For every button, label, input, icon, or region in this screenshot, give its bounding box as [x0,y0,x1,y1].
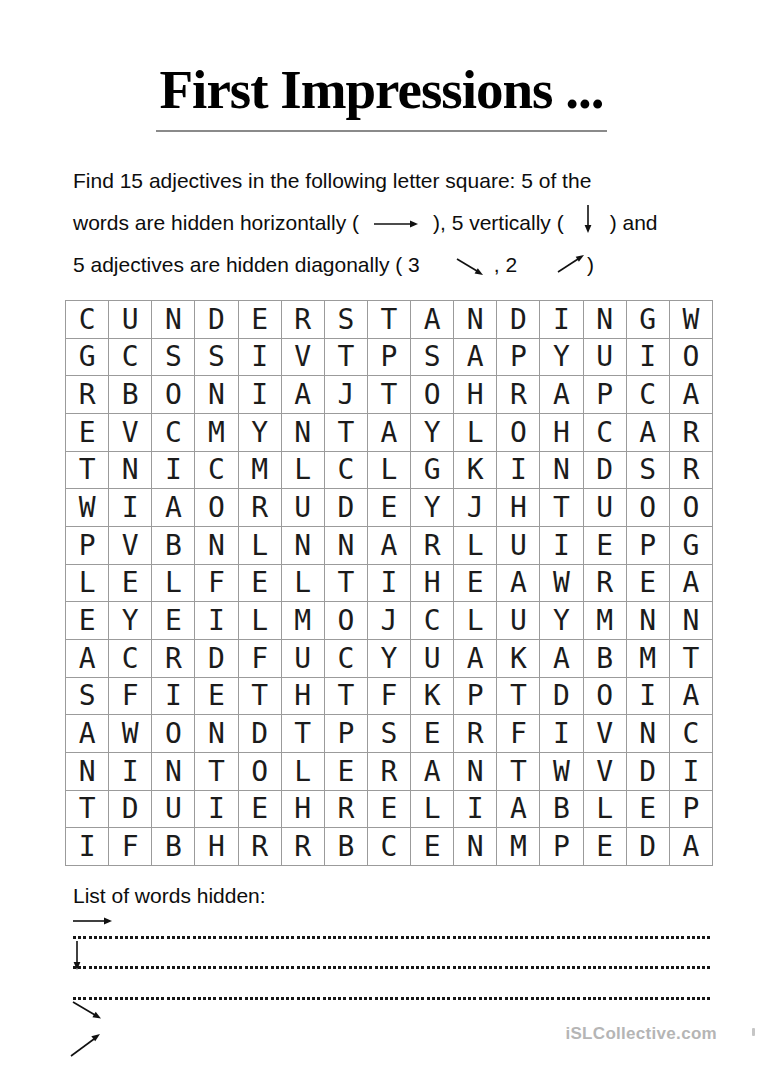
grid-cell: O [411,376,454,414]
grid-cell: L [411,791,454,829]
grid-cell: D [627,828,670,866]
grid-cell: O [584,678,627,716]
grid-cell: R [239,489,282,527]
grid-cell: C [325,640,368,678]
grid-cell: I [239,339,282,377]
grid-cell: F [109,828,152,866]
grid-cell: T [540,489,583,527]
worksheet-page: First Impressions ... Find 15 adjectives… [0,0,763,1079]
answer-line-vertical [73,966,712,969]
grid-cell: T [497,678,540,716]
grid-cell: U [497,527,540,565]
grid-cell: L [282,565,325,603]
grid-cell: G [66,339,109,377]
grid-cell: L [454,414,497,452]
instructions-line-2: words are hidden horizontally (), 5 vert… [73,202,733,244]
grid-cell: H [282,791,325,829]
instructions-text-2a: words are hidden horizontally ( [73,211,359,234]
right-arrow-icon [373,218,419,230]
grid-cell: N [282,527,325,565]
grid-cell: O [195,489,238,527]
grid-cell: S [627,452,670,490]
grid-cell: S [66,678,109,716]
grid-cell: A [540,640,583,678]
grid-cell: E [584,527,627,565]
grid-cell: E [325,753,368,791]
grid-cell: T [239,678,282,716]
page-title: First Impressions ... [156,58,608,132]
grid-cell: V [109,527,152,565]
grid-cell: U [497,602,540,640]
grid-cell: D [195,640,238,678]
grid-cell: L [368,452,411,490]
up-right-arrow-icon [70,1030,104,1058]
grid-cell: P [670,791,713,829]
grid-cell: I [152,678,195,716]
up-right-arrow-icon [557,250,587,274]
grid-cell: P [66,527,109,565]
grid-cell: V [282,339,325,377]
grid-cell: U [584,489,627,527]
grid-cell: O [152,715,195,753]
grid-cell: E [584,828,627,866]
grid-cell: S [368,715,411,753]
grid-cell: U [411,640,454,678]
grid-cell: E [109,565,152,603]
grid-cell: G [670,527,713,565]
grid-cell: I [109,489,152,527]
grid-cell: A [454,640,497,678]
grid-cell: A [670,565,713,603]
grid-cell: R [282,301,325,339]
grid-cell: I [368,565,411,603]
grid-cell: Y [411,489,454,527]
grid-cell: C [152,414,195,452]
grid-cell: I [670,753,713,791]
grid-cell: E [411,715,454,753]
grid-cell: F [109,678,152,716]
grid-cell: S [325,301,368,339]
grid-cell: S [411,339,454,377]
grid-cell: P [540,828,583,866]
grid-cell: M [627,640,670,678]
down-arrow-icon [582,204,594,234]
watermark: iSLCollective.com [565,1024,717,1044]
grid-cell: W [540,565,583,603]
grid-cell: K [411,678,454,716]
grid-cell: M [584,602,627,640]
grid-cell: H [411,565,454,603]
grid-cell: O [497,414,540,452]
grid-cell: D [497,301,540,339]
instructions: Find 15 adjectives in the following lett… [73,160,733,286]
grid-cell: A [454,339,497,377]
grid-cell: C [325,452,368,490]
grid-cell: B [540,791,583,829]
grid-cell: C [109,640,152,678]
grid-cell: W [670,301,713,339]
grid-cell: J [368,602,411,640]
grid-cell: E [627,791,670,829]
grid-cell: I [454,791,497,829]
grid-cell: E [239,791,282,829]
grid-cell: R [152,640,195,678]
grid-cell: I [152,452,195,490]
grid-cell: L [454,602,497,640]
grid-cell: R [670,414,713,452]
grid-cell: A [368,414,411,452]
grid-cell: A [670,678,713,716]
grid-cell: R [66,376,109,414]
grid-cell: R [497,376,540,414]
grid-cell: M [282,602,325,640]
grid-cell: Y [540,602,583,640]
grid-cell: A [670,828,713,866]
title-area: First Impressions ... [0,58,763,132]
grid-cell: M [497,828,540,866]
grid-cell: O [670,339,713,377]
grid-cell: L [239,602,282,640]
grid-cell: T [368,376,411,414]
grid-cell: R [454,715,497,753]
grid-cell: V [584,715,627,753]
grid-cell: E [195,678,238,716]
grid-cell: N [66,753,109,791]
grid-cell: A [152,489,195,527]
grid-cell: T [282,715,325,753]
grid-cell: A [368,527,411,565]
grid-cell: S [152,339,195,377]
grid-cell: E [454,565,497,603]
grid-cell: A [411,753,454,791]
grid-cell: I [66,828,109,866]
grid-cell: I [540,527,583,565]
grid-cell: C [66,301,109,339]
grid-cell: C [627,376,670,414]
instructions-text-3c: ) [587,253,594,276]
grid-cell: N [627,602,670,640]
grid-cell: I [239,376,282,414]
grid-cell: N [454,301,497,339]
grid-cell: R [411,527,454,565]
grid-cell: F [497,715,540,753]
grid-cell: C [195,452,238,490]
grid-cell: N [195,715,238,753]
grid-cell: T [497,753,540,791]
grid-cell: T [368,301,411,339]
grid-cell: N [584,301,627,339]
grid-cell: N [282,414,325,452]
grid-cell: T [325,339,368,377]
grid-cell: A [282,376,325,414]
grid-cell: I [109,753,152,791]
grid-cell: R [325,791,368,829]
grid-cell: A [497,565,540,603]
grid-cell: B [109,376,152,414]
grid-cell: T [66,791,109,829]
grid-cell: P [368,339,411,377]
grid-cell: N [540,452,583,490]
grid-cell: N [454,753,497,791]
grid-cell: O [670,489,713,527]
grid-cell: L [239,527,282,565]
down-right-arrow-icon [456,258,486,278]
grid-cell: N [195,376,238,414]
grid-cell: I [497,452,540,490]
word-list-label: List of words hidden: [73,884,266,908]
grid-cell: U [584,339,627,377]
grid-cell: N [109,452,152,490]
grid-cell: I [540,301,583,339]
grid-cell: A [497,791,540,829]
grid-cell: M [195,414,238,452]
grid-cell: K [497,640,540,678]
grid-cell: R [239,828,282,866]
grid-cell: R [282,828,325,866]
grid-cell: T [195,753,238,791]
instructions-line-3: 5 adjectives are hidden diagonally ( 3, … [73,244,733,286]
grid-cell: I [195,602,238,640]
grid-cell: T [325,678,368,716]
grid-cell: S [195,339,238,377]
grid-cell: O [325,602,368,640]
grid-cell: F [368,678,411,716]
grid-cell: D [584,452,627,490]
grid-cell: H [195,828,238,866]
grid-cell: P [497,339,540,377]
grid-cell: L [152,565,195,603]
grid-cell: D [195,301,238,339]
instructions-text-1: Find 15 adjectives in the following lett… [73,169,591,192]
grid-cell: E [368,791,411,829]
grid-cell: H [540,414,583,452]
grid-cell: L [282,753,325,791]
grid-cell: E [239,301,282,339]
grid-cell: U [109,301,152,339]
grid-cell: H [497,489,540,527]
grid-cell: N [195,527,238,565]
grid-cell: T [670,640,713,678]
grid-cell: G [627,301,670,339]
stray-mark [752,1028,755,1036]
grid-cell: O [152,376,195,414]
grid-cell: L [282,452,325,490]
grid-cell: U [152,791,195,829]
grid-cell: B [152,527,195,565]
grid-cell: R [368,753,411,791]
grid-cell: V [109,414,152,452]
grid-cell: I [195,791,238,829]
grid-cell: N [454,828,497,866]
grid-cell: C [411,602,454,640]
grid-cell: Y [368,640,411,678]
answer-line-diagonal [73,997,712,1000]
grid-cell: D [540,678,583,716]
grid-cell: P [454,678,497,716]
grid-cell: G [411,452,454,490]
grid-cell: M [239,452,282,490]
grid-cell: H [454,376,497,414]
instructions-text-3b: , 2 [494,253,517,276]
grid-cell: P [584,376,627,414]
grid-cell: B [325,828,368,866]
grid-cell: T [325,414,368,452]
grid-cell: N [325,527,368,565]
grid-cell: Y [109,602,152,640]
grid-cell: Y [540,339,583,377]
grid-cell: N [152,301,195,339]
grid-cell: K [454,452,497,490]
grid-cell: D [109,791,152,829]
grid-cell: B [152,828,195,866]
instructions-line-1: Find 15 adjectives in the following lett… [73,160,733,202]
grid-cell: E [411,828,454,866]
grid-cell: N [627,715,670,753]
grid-cell: P [627,527,670,565]
grid-cell: H [282,678,325,716]
grid-cell: W [109,715,152,753]
grid-cell: F [195,565,238,603]
grid-cell: A [627,414,670,452]
grid-cell: E [152,602,195,640]
grid-cell: A [66,715,109,753]
grid-cell: T [66,452,109,490]
grid-cell: L [66,565,109,603]
grid-cell: D [627,753,670,791]
grid-cell: V [584,753,627,791]
grid-cell: E [368,489,411,527]
grid-cell: I [540,715,583,753]
grid-cell: W [66,489,109,527]
word-grid: CUNDERSTANDINGWGCSSIVTPSAPYUIORBONIAJTOH… [65,300,713,866]
grid-cell: R [670,452,713,490]
grid-cell: E [239,565,282,603]
grid-cell: O [627,489,670,527]
grid-cell: B [584,640,627,678]
down-right-arrow-icon [72,1001,104,1021]
grid-cell: E [627,565,670,603]
grid-cell: E [66,602,109,640]
grid-cell: U [282,489,325,527]
grid-cell: L [584,791,627,829]
grid-cell: C [584,414,627,452]
right-arrow-icon [73,915,113,927]
answer-line-horizontal [73,936,712,939]
grid-cell: W [540,753,583,791]
grid-cell: C [109,339,152,377]
grid-cell: N [152,753,195,791]
grid-cell: L [454,527,497,565]
grid-cell: E [66,414,109,452]
grid-cell: Y [411,414,454,452]
grid-cell: J [325,376,368,414]
grid-cell: C [670,715,713,753]
grid-cell: A [66,640,109,678]
grid-cell: R [584,565,627,603]
grid-cell: F [239,640,282,678]
grid-cell: A [670,376,713,414]
instructions-text-3a: 5 adjectives are hidden diagonally ( 3 [73,253,420,276]
instructions-text-2b: ), 5 vertically ( [433,211,564,234]
instructions-text-2c: ) and [610,211,658,234]
grid-cell: A [411,301,454,339]
grid-cell: D [239,715,282,753]
grid-cell: P [325,715,368,753]
grid-cell: I [627,678,670,716]
grid-cell: T [325,565,368,603]
grid-cell: A [540,376,583,414]
grid-cell: U [282,640,325,678]
grid-cell: N [670,602,713,640]
grid-cell: O [239,753,282,791]
grid-cell: Y [239,414,282,452]
grid-cell: D [325,489,368,527]
grid-cell: C [368,828,411,866]
grid-cell: J [454,489,497,527]
grid-cell: I [627,339,670,377]
